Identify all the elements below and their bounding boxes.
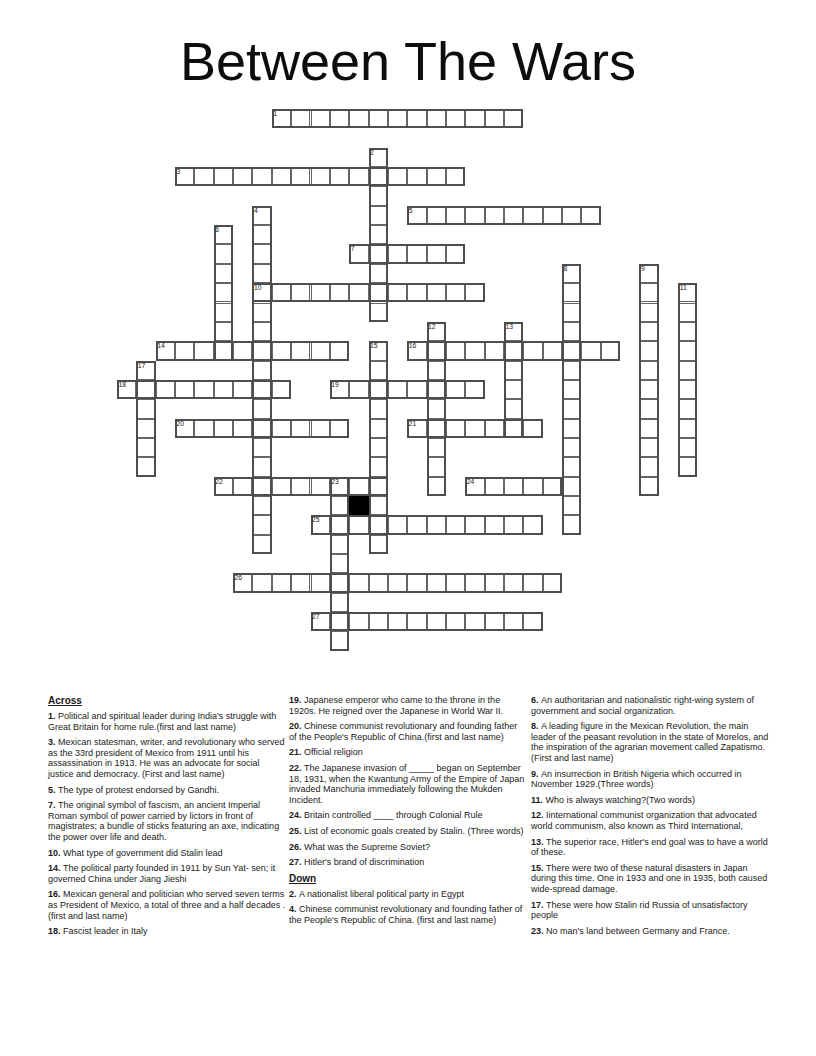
grid-cell[interactable] xyxy=(330,535,349,554)
grid-cell[interactable] xyxy=(601,341,620,360)
grid-cell[interactable] xyxy=(136,361,155,380)
grid-cell[interactable] xyxy=(311,612,330,631)
grid-cell[interactable] xyxy=(407,341,426,360)
grid-cell[interactable] xyxy=(369,225,388,244)
grid-cell[interactable] xyxy=(369,438,388,457)
clue-A20: 20. Chinese communist revolutionary and … xyxy=(289,721,527,742)
clue-A18: 18. Fascist leader in Italy xyxy=(48,926,286,937)
grid-cell[interactable] xyxy=(504,419,523,438)
grid-cell[interactable] xyxy=(214,303,233,322)
grid-cell[interactable] xyxy=(291,109,310,128)
grid-cell[interactable] xyxy=(504,109,523,128)
grid-cell[interactable] xyxy=(369,206,388,225)
grid-cell[interactable] xyxy=(639,283,658,302)
grid-cell[interactable] xyxy=(485,515,504,534)
grid-cell[interactable] xyxy=(427,109,446,128)
grid-cell[interactable] xyxy=(427,515,446,534)
grid-cell[interactable] xyxy=(156,341,175,360)
grid-cell[interactable] xyxy=(175,419,194,438)
clue-D2: 2. A nationalist liberal political party… xyxy=(289,889,527,900)
grid-cell[interactable] xyxy=(446,244,465,263)
grid-cell[interactable] xyxy=(543,206,562,225)
grid-cell[interactable] xyxy=(678,438,697,457)
grid-cell[interactable] xyxy=(311,341,330,360)
clue-column-1: Across1. Political and spiritual leader … xyxy=(48,695,286,942)
grid-cell[interactable] xyxy=(252,515,271,534)
grid-cell[interactable] xyxy=(369,573,388,592)
clue-A7: 7. The original symbol of fascism, an an… xyxy=(48,800,286,842)
grid-cell[interactable] xyxy=(252,225,271,244)
grid-cell[interactable] xyxy=(388,244,407,263)
grid-cell[interactable] xyxy=(330,341,349,360)
grid-cell[interactable] xyxy=(252,322,271,341)
grid-cell[interactable] xyxy=(446,573,465,592)
grid-cell[interactable] xyxy=(562,322,581,341)
grid-cell[interactable] xyxy=(175,167,194,186)
grid-cell[interactable] xyxy=(465,380,484,399)
grid-cell[interactable] xyxy=(446,109,465,128)
grid-cell[interactable] xyxy=(639,264,658,283)
grid-cell[interactable] xyxy=(291,573,310,592)
grid-cell[interactable] xyxy=(427,361,446,380)
grid-cell[interactable] xyxy=(639,399,658,418)
grid-cell[interactable] xyxy=(156,380,175,399)
grid-cell[interactable] xyxy=(427,322,446,341)
grid-cell[interactable] xyxy=(252,535,271,554)
grid-cell[interactable] xyxy=(330,554,349,573)
clue-D11: 11. Who is always watching?(Two words) xyxy=(531,795,769,806)
grid-cell[interactable] xyxy=(330,631,349,650)
grid-cell[interactable] xyxy=(214,380,233,399)
grid-cell[interactable] xyxy=(214,283,233,302)
grid-cell[interactable] xyxy=(485,477,504,496)
grid-cell[interactable] xyxy=(504,477,523,496)
grid-cell[interactable] xyxy=(291,477,310,496)
grid-cell[interactable] xyxy=(485,573,504,592)
grid-cell[interactable] xyxy=(388,283,407,302)
grid-cell[interactable] xyxy=(194,380,213,399)
grid-cell[interactable] xyxy=(678,322,697,341)
grid-cell[interactable] xyxy=(427,380,446,399)
grid-cell[interactable] xyxy=(523,206,542,225)
grid-cell[interactable] xyxy=(407,283,426,302)
grid-cell[interactable] xyxy=(233,380,252,399)
black-cell xyxy=(349,496,368,515)
clue-D15: 15. There were two of these natural disa… xyxy=(531,863,769,895)
grid-cell[interactable] xyxy=(581,341,600,360)
grid-cell[interactable] xyxy=(639,438,658,457)
grid-cell[interactable] xyxy=(562,399,581,418)
grid-cell[interactable] xyxy=(330,496,349,515)
grid-cell[interactable] xyxy=(427,477,446,496)
grid-cell[interactable] xyxy=(330,380,349,399)
grid-cell[interactable] xyxy=(330,593,349,612)
grid-cell[interactable] xyxy=(504,399,523,418)
grid-cell[interactable] xyxy=(639,303,658,322)
grid-cell[interactable] xyxy=(311,167,330,186)
grid-cell[interactable] xyxy=(562,419,581,438)
clue-A10: 10. What type of government did Stalin l… xyxy=(48,848,286,859)
grid-cell[interactable] xyxy=(678,341,697,360)
grid-cell[interactable] xyxy=(311,573,330,592)
grid-cell[interactable] xyxy=(407,573,426,592)
grid-cell[interactable] xyxy=(252,283,271,302)
clue-column-3: 6. An authoritarian and nationalistic ri… xyxy=(531,695,769,941)
grid-cell[interactable] xyxy=(446,283,465,302)
clue-A5: 5. The type of protest endorsed by Gandh… xyxy=(48,785,286,796)
grid-cell[interactable] xyxy=(465,206,484,225)
grid-cell[interactable] xyxy=(678,457,697,476)
grid-cell[interactable] xyxy=(504,206,523,225)
grid-cell[interactable] xyxy=(369,419,388,438)
grid-cell[interactable] xyxy=(465,341,484,360)
grid-cell[interactable] xyxy=(136,457,155,476)
grid-cell[interactable] xyxy=(678,361,697,380)
grid-cell[interactable] xyxy=(678,399,697,418)
grid-cell[interactable] xyxy=(369,477,388,496)
grid-cell[interactable] xyxy=(349,477,368,496)
grid-cell[interactable] xyxy=(485,206,504,225)
grid-cell[interactable] xyxy=(388,515,407,534)
grid-cell[interactable] xyxy=(427,206,446,225)
grid-cell[interactable] xyxy=(252,380,271,399)
grid-cell[interactable] xyxy=(446,380,465,399)
grid-cell[interactable] xyxy=(562,438,581,457)
puzzle-title: Between The Wars xyxy=(0,30,816,92)
clue-A25: 25. List of economic goals created by St… xyxy=(289,826,527,837)
grid-cell[interactable] xyxy=(639,457,658,476)
grid-cell[interactable] xyxy=(562,264,581,283)
grid-cell[interactable] xyxy=(504,380,523,399)
grid-cell[interactable] xyxy=(272,167,291,186)
grid-cell[interactable] xyxy=(562,457,581,476)
grid-cell[interactable] xyxy=(562,477,581,496)
grid-cell[interactable] xyxy=(388,109,407,128)
grid-cell[interactable] xyxy=(349,380,368,399)
grid-cell[interactable] xyxy=(291,283,310,302)
grid-cell[interactable] xyxy=(504,612,523,631)
grid-cell[interactable] xyxy=(407,109,426,128)
grid-cell[interactable] xyxy=(330,419,349,438)
grid-cell[interactable] xyxy=(349,283,368,302)
grid-cell[interactable] xyxy=(214,341,233,360)
clue-column-2: 19. Japanese emperor who came to the thr… xyxy=(289,695,527,931)
grid-cell[interactable] xyxy=(446,419,465,438)
grid-cell[interactable] xyxy=(427,438,446,457)
grid-cell[interactable] xyxy=(523,573,542,592)
grid-cell[interactable] xyxy=(504,322,523,341)
grid-cell[interactable] xyxy=(311,419,330,438)
grid-cell[interactable] xyxy=(214,264,233,283)
grid-cell[interactable] xyxy=(117,380,136,399)
grid-cell[interactable] xyxy=(407,167,426,186)
grid-cell[interactable] xyxy=(194,419,213,438)
grid-cell[interactable] xyxy=(330,167,349,186)
grid-cell[interactable] xyxy=(407,380,426,399)
grid-cell[interactable] xyxy=(369,612,388,631)
grid-cell[interactable] xyxy=(427,167,446,186)
grid-cell[interactable] xyxy=(369,535,388,554)
grid-cell[interactable] xyxy=(233,419,252,438)
grid-cell[interactable] xyxy=(562,206,581,225)
grid-cell[interactable] xyxy=(214,477,233,496)
grid-cell[interactable] xyxy=(272,477,291,496)
grid-cell[interactable] xyxy=(639,322,658,341)
clue-A24: 24. Britain controlled ____ through Colo… xyxy=(289,810,527,821)
grid-cell[interactable] xyxy=(349,244,368,263)
grid-cell[interactable] xyxy=(136,438,155,457)
grid-cell[interactable] xyxy=(427,612,446,631)
grid-cell[interactable] xyxy=(562,361,581,380)
grid-cell[interactable] xyxy=(388,612,407,631)
grid-cell[interactable] xyxy=(485,109,504,128)
grid-cell[interactable] xyxy=(639,380,658,399)
grid-cell[interactable] xyxy=(407,612,426,631)
grid-cell[interactable] xyxy=(369,399,388,418)
grid-cell[interactable] xyxy=(407,206,426,225)
grid-cell[interactable] xyxy=(175,380,194,399)
grid-cell[interactable] xyxy=(369,244,388,263)
grid-cell[interactable] xyxy=(465,419,484,438)
grid-cell[interactable] xyxy=(427,457,446,476)
grid-cell[interactable] xyxy=(388,380,407,399)
grid-cell[interactable] xyxy=(311,477,330,496)
grid-cell[interactable] xyxy=(543,477,562,496)
grid-cell[interactable] xyxy=(504,361,523,380)
grid-cell[interactable] xyxy=(523,419,542,438)
grid-cell[interactable] xyxy=(427,399,446,418)
grid-cell[interactable] xyxy=(407,515,426,534)
clue-D13: 13. The superior race, Hitler's end goal… xyxy=(531,837,769,858)
grid-cell[interactable] xyxy=(678,303,697,322)
grid-cell[interactable] xyxy=(233,477,252,496)
grid-cell[interactable] xyxy=(446,167,465,186)
grid-cell[interactable] xyxy=(330,612,349,631)
grid-cell[interactable] xyxy=(233,573,252,592)
grid-cell[interactable] xyxy=(272,283,291,302)
grid-cell[interactable] xyxy=(136,399,155,418)
grid-cell[interactable] xyxy=(485,612,504,631)
grid-cell[interactable] xyxy=(388,573,407,592)
clue-A1: 1. Political and spiritual leader during… xyxy=(48,711,286,732)
grid-cell[interactable] xyxy=(252,477,271,496)
grid-cell[interactable] xyxy=(252,573,271,592)
grid-cell[interactable] xyxy=(369,496,388,515)
grid-cell[interactable] xyxy=(504,573,523,592)
grid-cell[interactable] xyxy=(369,264,388,283)
grid-cell[interactable] xyxy=(523,515,542,534)
grid-cell[interactable] xyxy=(678,283,697,302)
grid-cell[interactable] xyxy=(369,457,388,476)
grid-cell[interactable] xyxy=(543,573,562,592)
grid-cell[interactable] xyxy=(194,341,213,360)
grid-cell[interactable] xyxy=(252,399,271,418)
crossword-page: Between The Wars 13571014161819202122242… xyxy=(0,0,816,1056)
grid-cell[interactable] xyxy=(446,341,465,360)
grid-cell[interactable] xyxy=(523,341,542,360)
grid-cell[interactable] xyxy=(349,515,368,534)
grid-cell[interactable] xyxy=(465,477,484,496)
grid-cell[interactable] xyxy=(311,515,330,534)
grid-cell[interactable] xyxy=(562,515,581,534)
grid-cell[interactable] xyxy=(252,206,271,225)
grid-cell[interactable] xyxy=(252,264,271,283)
clue-D9: 9. An insurrection in British Nigeria wh… xyxy=(531,769,769,790)
grid-cell[interactable] xyxy=(639,341,658,360)
grid-cell[interactable] xyxy=(562,283,581,302)
grid-cell[interactable] xyxy=(175,341,194,360)
grid-cell[interactable] xyxy=(465,515,484,534)
grid-cell[interactable] xyxy=(349,612,368,631)
grid-cell[interactable] xyxy=(330,109,349,128)
clue-D8: 8. A leading figure in the Mexican Revol… xyxy=(531,721,769,763)
grid-cell[interactable] xyxy=(639,361,658,380)
grid-cell[interactable] xyxy=(639,477,658,496)
clue-A22: 22. The Japanese invasion of _____ began… xyxy=(289,763,527,805)
grid-cell[interactable] xyxy=(252,496,271,515)
grid-cell[interactable] xyxy=(485,419,504,438)
grid-cell[interactable] xyxy=(214,244,233,263)
grid-cell[interactable] xyxy=(562,341,581,360)
grid-cell[interactable] xyxy=(330,283,349,302)
grid-cell[interactable] xyxy=(214,419,233,438)
grid-cell[interactable] xyxy=(330,573,349,592)
grid-cell[interactable] xyxy=(369,515,388,534)
grid-cell[interactable] xyxy=(311,283,330,302)
grid-cell[interactable] xyxy=(465,612,484,631)
clue-section-header: Down xyxy=(289,873,527,884)
clue-D12: 12. Iinternational communist organizatio… xyxy=(531,810,769,831)
grid-cell[interactable] xyxy=(407,419,426,438)
clue-A14: 14. The political party founded in 1911 … xyxy=(48,863,286,884)
grid-cell[interactable] xyxy=(291,419,310,438)
grid-cell[interactable] xyxy=(136,380,155,399)
grid-cell[interactable] xyxy=(678,380,697,399)
grid-cell[interactable] xyxy=(678,419,697,438)
grid-cell[interactable] xyxy=(446,515,465,534)
grid-cell[interactable] xyxy=(523,612,542,631)
clue-A19: 19. Japanese emperor who came to the thr… xyxy=(289,695,527,716)
grid-cell[interactable] xyxy=(291,341,310,360)
clue-section-header: Across xyxy=(48,695,286,706)
grid-cell[interactable] xyxy=(639,419,658,438)
grid-cell[interactable] xyxy=(369,341,388,360)
grid-cell[interactable] xyxy=(252,438,271,457)
grid-cell[interactable] xyxy=(369,148,388,167)
grid-cell[interactable] xyxy=(233,167,252,186)
grid-cell[interactable] xyxy=(485,341,504,360)
grid-cell[interactable] xyxy=(562,303,581,322)
grid-cell[interactable] xyxy=(252,457,271,476)
grid-cell[interactable] xyxy=(311,109,330,128)
clue-D6: 6. An authoritarian and nationalistic ri… xyxy=(531,695,769,716)
grid-cell[interactable] xyxy=(427,341,446,360)
grid-cell[interactable] xyxy=(465,109,484,128)
grid-cell[interactable] xyxy=(214,225,233,244)
grid-cell[interactable] xyxy=(349,109,368,128)
grid-cell[interactable] xyxy=(272,341,291,360)
grid-cell[interactable] xyxy=(214,167,233,186)
grid-cell[interactable] xyxy=(465,283,484,302)
grid-cell[interactable] xyxy=(272,380,291,399)
grid-cell[interactable] xyxy=(369,380,388,399)
grid-cell[interactable] xyxy=(427,244,446,263)
grid-cell[interactable] xyxy=(407,244,426,263)
clue-A27: 27. Hitler's brand of discrimination xyxy=(289,857,527,868)
grid-cell[interactable] xyxy=(369,186,388,205)
grid-cell[interactable] xyxy=(446,612,465,631)
grid-cell[interactable] xyxy=(369,361,388,380)
grid-cell[interactable] xyxy=(465,573,484,592)
clue-D23: 23. No man's land between Germany and Fr… xyxy=(531,926,769,937)
grid-cell[interactable] xyxy=(136,419,155,438)
grid-cell[interactable] xyxy=(349,167,368,186)
grid-cell[interactable] xyxy=(272,109,291,128)
grid-cell[interactable] xyxy=(369,283,388,302)
grid-cell[interactable] xyxy=(504,515,523,534)
clue-D4: 4. Chinese communist revolutionary and f… xyxy=(289,904,527,925)
grid-cell[interactable] xyxy=(291,167,310,186)
grid-cell[interactable] xyxy=(581,206,600,225)
grid-cell[interactable] xyxy=(214,322,233,341)
grid-cell[interactable] xyxy=(427,283,446,302)
clue-D17: 17. These were how Stalin rid Russia of … xyxy=(531,900,769,921)
grid-cell[interactable] xyxy=(194,167,213,186)
grid-cell[interactable] xyxy=(446,206,465,225)
grid-cell[interactable] xyxy=(252,361,271,380)
clue-A21: 21. Official religion xyxy=(289,747,527,758)
grid-cell[interactable] xyxy=(272,573,291,592)
clue-A3: 3. Mexican statesman, writer, and revolu… xyxy=(48,737,286,779)
grid-cell[interactable] xyxy=(562,380,581,399)
grid-cell[interactable] xyxy=(252,167,271,186)
grid-cell[interactable] xyxy=(427,573,446,592)
grid-cell[interactable] xyxy=(330,477,349,496)
grid-cell[interactable] xyxy=(369,167,388,186)
grid-cell[interactable] xyxy=(562,496,581,515)
grid-cell[interactable] xyxy=(388,167,407,186)
grid-cell[interactable] xyxy=(369,109,388,128)
grid-cell[interactable] xyxy=(349,573,368,592)
grid-cell[interactable] xyxy=(233,341,252,360)
grid-cell[interactable] xyxy=(252,341,271,360)
grid-cell[interactable] xyxy=(252,244,271,263)
grid-cell[interactable] xyxy=(369,303,388,322)
clue-A26: 26. What was the Supreme Soviet? xyxy=(289,842,527,853)
grid-cell[interactable] xyxy=(272,419,291,438)
grid-cell[interactable] xyxy=(523,477,542,496)
grid-cell[interactable] xyxy=(252,419,271,438)
grid-cell[interactable] xyxy=(427,419,446,438)
clue-A16: 16. Mexican general and politician who s… xyxy=(48,889,286,921)
grid-cell[interactable] xyxy=(504,341,523,360)
grid-cell[interactable] xyxy=(252,303,271,322)
grid-cell[interactable] xyxy=(330,515,349,534)
grid-cell[interactable] xyxy=(543,341,562,360)
